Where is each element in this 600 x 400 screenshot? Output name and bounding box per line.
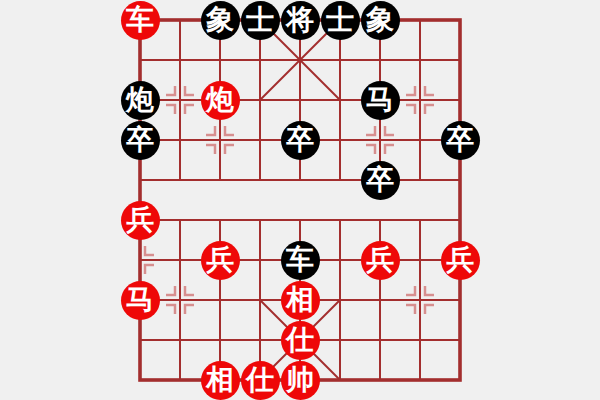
- red-cannon[interactable]: 炮: [201, 81, 240, 120]
- red-horse[interactable]: 马: [121, 281, 160, 320]
- black-horse[interactable]: 马: [361, 81, 400, 120]
- red-chariot[interactable]: 车: [121, 1, 160, 40]
- black-chariot[interactable]: 车: [281, 241, 320, 280]
- red-soldier[interactable]: 兵: [121, 201, 160, 240]
- black-soldier[interactable]: 卒: [361, 161, 400, 200]
- board-intersections[interactable]: 车炮兵兵兵兵马相仕相仕帅象士将士象炮马卒卒卒卒车: [120, 0, 480, 400]
- black-soldier[interactable]: 卒: [121, 121, 160, 160]
- red-soldier[interactable]: 兵: [201, 241, 240, 280]
- red-general[interactable]: 帅: [281, 361, 320, 400]
- red-advisor[interactable]: 仕: [241, 361, 280, 400]
- black-advisor[interactable]: 士: [241, 1, 280, 40]
- black-advisor[interactable]: 士: [321, 1, 360, 40]
- red-elephant[interactable]: 相: [201, 361, 240, 400]
- black-elephant[interactable]: 象: [361, 1, 400, 40]
- black-general[interactable]: 将: [281, 1, 320, 40]
- black-soldier[interactable]: 卒: [281, 121, 320, 160]
- xiangqi-board: 车炮兵兵兵兵马相仕相仕帅象士将士象炮马卒卒卒卒车: [0, 0, 600, 400]
- red-soldier[interactable]: 兵: [441, 241, 480, 280]
- red-soldier[interactable]: 兵: [361, 241, 400, 280]
- black-soldier[interactable]: 卒: [441, 121, 480, 160]
- red-advisor[interactable]: 仕: [281, 321, 320, 360]
- black-elephant[interactable]: 象: [201, 1, 240, 40]
- red-elephant[interactable]: 相: [281, 281, 320, 320]
- black-cannon[interactable]: 炮: [121, 81, 160, 120]
